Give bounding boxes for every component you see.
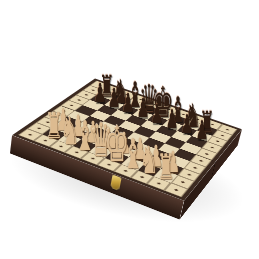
border-ornament: ◆ [61,109,67,112]
border-ornament: ◆ [90,157,96,160]
border-ornament: ◆ [181,113,186,116]
border-ornament: ◆ [36,127,42,130]
board-square [105,151,129,164]
border-ornament: ◆ [69,104,75,107]
border-cell: ◆ [49,140,73,153]
board-square [89,145,113,158]
border-ornament: ◆ [210,146,215,149]
board-square [152,149,174,162]
board-square [168,155,190,168]
border-cell: ◆ [65,146,89,159]
border-ornament: ◆ [125,93,130,96]
border-cell: ◆ [190,154,212,167]
board-square [113,145,136,158]
border-ornament: ◆ [186,173,192,177]
board-square [121,157,145,170]
border-ornament: ◆ [196,118,201,121]
border-cell: ◆ [36,117,59,128]
board-square [136,144,159,156]
border-ornament: ◆ [139,175,145,179]
border-ornament: ◆ [91,89,96,92]
board-square [138,163,161,176]
board-square [58,134,82,146]
border-ornament: ◆ [210,123,215,126]
board-square [143,137,165,149]
board-square [81,133,104,145]
border-ornament: ◆ [173,188,179,192]
border-ornament: ◆ [58,145,64,148]
border-ornament: ◆ [167,108,172,111]
border-ornament: ◆ [204,152,209,155]
border-ornament: ◆ [106,163,112,167]
board-square [161,162,184,175]
border-ornament: ◆ [42,139,48,142]
border-ornament: ◆ [97,84,102,86]
border-ornament: ◆ [74,151,80,154]
board-square [51,122,74,134]
chess-set-photo: ◆◆◆◆◆◆◆◆◆◆◆◆◆◆◆◆◆◆◆◆◆◆◆◆◆◆◆◆◆◆◆◆◆◆◆◆ ♜♞♝… [0,0,259,259]
border-cell: ◆ [18,129,42,141]
board-square [89,127,112,139]
board-square [97,139,120,151]
border-cell: ◆ [178,168,201,181]
border-ornament: ◆ [76,99,81,102]
board-square [129,150,152,163]
board-square [154,169,177,183]
border-cell: ◆ [81,152,105,165]
border-ornament: ◆ [215,140,220,143]
border-ornament: ◆ [84,94,89,97]
border-ornament: ◆ [123,169,129,173]
border-ornament: ◆ [45,121,51,124]
border-cell: ◆ [171,175,194,189]
board-square [42,128,66,140]
board-square [145,156,168,169]
border-ornament: ◆ [192,166,198,169]
border-cell: ◆ [33,134,57,146]
border-ornament: ◆ [53,115,59,118]
border-cell: ◆ [184,161,206,174]
border-ornament: ◆ [111,89,116,92]
border-ornament: ◆ [225,128,230,131]
board-square [105,133,128,145]
border-ornament: ◆ [180,180,186,184]
border-ornament: ◆ [220,134,225,137]
border-ornament: ◆ [156,182,162,186]
board-square [66,128,89,140]
border-ornament: ◆ [153,103,158,106]
board-square [73,139,97,151]
brass-clasp [110,174,121,191]
board-square [120,138,143,150]
border-ornament: ◆ [139,98,144,101]
board-square [158,143,180,155]
board-square [174,149,196,161]
border-ornament: ◆ [27,133,33,136]
border-cell: ◆ [196,148,217,160]
border-cell: ◆ [27,123,51,135]
border-ornament: ◆ [198,159,203,162]
